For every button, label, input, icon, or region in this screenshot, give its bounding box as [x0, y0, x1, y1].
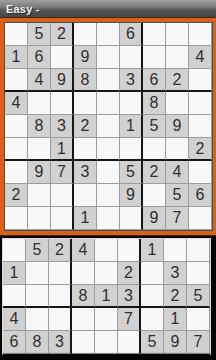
- sudoku-cell-r6c2: [28, 138, 51, 161]
- sudoku-cell-r7c1: [5, 161, 28, 184]
- cell-digit: 2: [171, 288, 180, 304]
- sudoku-cell-r5c7: 5: [143, 115, 166, 138]
- sudoku-cell-r1c9: [189, 23, 212, 46]
- cell-digit: 1: [171, 311, 180, 327]
- cell-digit: 8: [150, 95, 159, 111]
- sudoku-cell-r6c3: 1: [51, 138, 74, 161]
- cell-digit: 5: [173, 187, 182, 203]
- sudoku-cell-r3c8: 2: [164, 285, 187, 308]
- sudoku-cell-r3c1: [5, 69, 28, 92]
- sudoku-cell-r7c6: 5: [120, 161, 143, 184]
- cell-digit: 5: [194, 288, 203, 304]
- sudoku-cell-r1c1: [3, 239, 26, 262]
- sudoku-cell-r3c3: [49, 285, 72, 308]
- sudoku-cell-r5c2: 8: [28, 115, 51, 138]
- sudoku-cell-r1c3: 2: [51, 23, 74, 46]
- cell-digit: 3: [55, 334, 64, 350]
- sudoku-cell-r7c3: 7: [51, 161, 74, 184]
- cell-digit: 6: [126, 26, 135, 42]
- sudoku-cell-r6c5: [97, 138, 120, 161]
- sudoku-cell-r7c4: 3: [74, 161, 97, 184]
- sudoku-cell-r4c2: [28, 92, 51, 115]
- sudoku-cell-r2c3: [49, 262, 72, 285]
- cell-digit: 9: [173, 118, 182, 134]
- cell-digit: 3: [126, 72, 135, 88]
- cell-digit: 6: [35, 49, 44, 65]
- cell-digit: 8: [81, 72, 90, 88]
- sudoku-cell-r8c5: [97, 184, 120, 207]
- cell-digit: 9: [35, 164, 44, 180]
- sudoku-cell-r9c1: [5, 207, 28, 230]
- sudoku-cell-r2c8: [166, 46, 189, 69]
- sudoku-cell-r5c8: 9: [166, 115, 189, 138]
- cell-digit: 7: [173, 210, 182, 226]
- sudoku-cell-r4c2: [26, 308, 49, 331]
- sudoku-cell-r1c4: 4: [72, 239, 95, 262]
- sudoku-cell-r8c9: 6: [189, 184, 212, 207]
- sudoku-cell-r5c8: 9: [164, 331, 187, 354]
- sudoku-cell-r1c6: [118, 239, 141, 262]
- sudoku-cell-r9c5: [97, 207, 120, 230]
- cell-digit: 4: [196, 49, 205, 65]
- puzzle-card-selected[interactable]: 526169449836248832159129735242956197: [0, 18, 216, 235]
- sudoku-cell-r5c1: [5, 115, 28, 138]
- sudoku-cell-r6c9: 2: [189, 138, 212, 161]
- sudoku-cell-r3c5: [97, 69, 120, 92]
- sudoku-cell-r5c9: 7: [187, 331, 210, 354]
- cell-digit: 4: [79, 242, 88, 258]
- cell-digit: 6: [150, 72, 159, 88]
- sudoku-cell-r4c5: [95, 308, 118, 331]
- sudoku-cell-r4c8: 1: [164, 308, 187, 331]
- cell-digit: 3: [81, 164, 90, 180]
- sudoku-cell-r7c9: [189, 161, 212, 184]
- sudoku-cell-r2c4: 9: [74, 46, 97, 69]
- sudoku-cell-r5c6: 1: [120, 115, 143, 138]
- sudoku-cell-r5c4: [72, 331, 95, 354]
- sudoku-cell-r7c8: 4: [166, 161, 189, 184]
- cell-digit: 9: [81, 49, 90, 65]
- cell-digit: 9: [57, 72, 66, 88]
- sudoku-cell-r5c5: [95, 331, 118, 354]
- cell-digit: 5: [33, 242, 42, 258]
- sudoku-cell-r4c9: [189, 92, 212, 115]
- cell-digit: 9: [126, 187, 135, 203]
- cell-digit: 3: [124, 288, 133, 304]
- sudoku-cell-r4c9: [187, 308, 210, 331]
- cell-digit: 1: [12, 49, 21, 65]
- cell-digit: 2: [81, 118, 90, 134]
- sudoku-cell-r3c7: [141, 285, 164, 308]
- sudoku-cell-r1c5: [97, 23, 120, 46]
- cell-digit: 5: [35, 26, 44, 42]
- sudoku-cell-r5c3: 3: [51, 115, 74, 138]
- sudoku-cell-r8c6: 9: [120, 184, 143, 207]
- sudoku-grid-selected: 526169449836248832159129735242956197: [4, 22, 213, 231]
- sudoku-cell-r2c3: [51, 46, 74, 69]
- sudoku-cell-r9c4: 1: [74, 207, 97, 230]
- cell-digit: 7: [194, 334, 203, 350]
- sudoku-cell-r2c9: 4: [189, 46, 212, 69]
- sudoku-cell-r6c1: [5, 138, 28, 161]
- cell-digit: 1: [148, 242, 157, 258]
- cell-digit: 2: [12, 187, 21, 203]
- cell-digit: 6: [10, 334, 19, 350]
- sudoku-cell-r4c7: [141, 308, 164, 331]
- sudoku-cell-r1c8: [166, 23, 189, 46]
- cell-digit: 5: [150, 118, 159, 134]
- sudoku-cell-r4c6: 7: [118, 308, 141, 331]
- cell-digit: 5: [126, 164, 135, 180]
- sudoku-cell-r8c7: [143, 184, 166, 207]
- cell-digit: 1: [57, 141, 66, 157]
- cell-digit: 2: [124, 265, 133, 281]
- sudoku-cell-r5c7: 5: [141, 331, 164, 354]
- sudoku-cell-r1c5: [95, 239, 118, 262]
- sudoku-cell-r2c5: [95, 262, 118, 285]
- sudoku-cell-r3c6: 3: [118, 285, 141, 308]
- sudoku-cell-r4c5: [97, 92, 120, 115]
- cell-digit: 1: [10, 265, 19, 281]
- sudoku-cell-r2c7: [141, 262, 164, 285]
- sudoku-cell-r5c4: 2: [74, 115, 97, 138]
- cell-digit: 2: [173, 72, 182, 88]
- sudoku-cell-r1c2: 5: [28, 23, 51, 46]
- sudoku-cell-r2c7: [143, 46, 166, 69]
- sudoku-cell-r4c4: [74, 92, 97, 115]
- sudoku-cell-r1c1: [5, 23, 28, 46]
- cell-digit: 8: [79, 288, 88, 304]
- cell-digit: 4: [12, 95, 21, 111]
- cell-digit: 6: [196, 187, 205, 203]
- cell-digit: 8: [35, 118, 44, 134]
- sudoku-cell-r5c3: 3: [49, 331, 72, 354]
- sudoku-cell-r9c8: 7: [166, 207, 189, 230]
- sudoku-cell-r2c1: 1: [5, 46, 28, 69]
- sudoku-cell-r5c9: [189, 115, 212, 138]
- cell-digit: 4: [35, 72, 44, 88]
- sudoku-cell-r2c1: 1: [3, 262, 26, 285]
- sudoku-cell-r9c3: [51, 207, 74, 230]
- cell-digit: 9: [171, 334, 180, 350]
- sudoku-cell-r2c5: [97, 46, 120, 69]
- sudoku-cell-r5c1: 6: [3, 331, 26, 354]
- sudoku-cell-r8c2: [28, 184, 51, 207]
- sudoku-cell-r7c7: 2: [143, 161, 166, 184]
- sudoku-cell-r3c9: [189, 69, 212, 92]
- cell-digit: 1: [126, 118, 135, 134]
- sudoku-cell-r8c8: 5: [166, 184, 189, 207]
- sudoku-cell-r4c7: 8: [143, 92, 166, 115]
- sudoku-cell-r3c9: 5: [187, 285, 210, 308]
- cell-digit: 3: [171, 265, 180, 281]
- sudoku-cell-r1c7: [143, 23, 166, 46]
- sudoku-cell-r3c8: 2: [166, 69, 189, 92]
- cell-digit: 2: [150, 164, 159, 180]
- cell-digit: 8: [33, 334, 42, 350]
- sudoku-cell-r1c8: [164, 239, 187, 262]
- sudoku-cell-r4c6: [120, 92, 143, 115]
- cell-digit: 7: [57, 164, 66, 180]
- cell-digit: 4: [173, 164, 182, 180]
- cell-digit: 2: [55, 242, 64, 258]
- sudoku-cell-r4c3: [51, 92, 74, 115]
- sudoku-cell-r3c4: 8: [72, 285, 95, 308]
- sudoku-cell-r2c2: [26, 262, 49, 285]
- sudoku-cell-r3c1: [3, 285, 26, 308]
- sudoku-grid-next: 524112381325471683597: [3, 239, 210, 354]
- title-bar: Easy -: [0, 0, 216, 18]
- sudoku-cell-r3c3: 9: [51, 69, 74, 92]
- sudoku-cell-r9c9: [189, 207, 212, 230]
- cell-digit: 2: [57, 26, 66, 42]
- screen: Easy - 526169449836248832159129735242956…: [0, 0, 216, 360]
- sudoku-cell-r9c6: [120, 207, 143, 230]
- sudoku-cell-r5c5: [97, 115, 120, 138]
- sudoku-cell-r7c5: [97, 161, 120, 184]
- sudoku-cell-r4c3: [49, 308, 72, 331]
- sudoku-cell-r1c9: [187, 239, 210, 262]
- sudoku-cell-r3c2: [26, 285, 49, 308]
- cell-digit: 1: [102, 288, 111, 304]
- sudoku-cell-r4c8: [166, 92, 189, 115]
- sudoku-cell-r6c4: [74, 138, 97, 161]
- sudoku-cell-r2c4: [72, 262, 95, 285]
- sudoku-cell-r3c2: 4: [28, 69, 51, 92]
- sudoku-cell-r1c4: [74, 23, 97, 46]
- sudoku-cell-r3c6: 3: [120, 69, 143, 92]
- sudoku-cell-r1c7: 1: [141, 239, 164, 262]
- page-title: Easy -: [6, 3, 40, 15]
- sudoku-cell-r2c6: [120, 46, 143, 69]
- sudoku-cell-r4c4: [72, 308, 95, 331]
- sudoku-cell-r5c2: 8: [26, 331, 49, 354]
- cell-digit: 7: [124, 311, 133, 327]
- sudoku-cell-r2c9: [187, 262, 210, 285]
- sudoku-cell-r7c2: 9: [28, 161, 51, 184]
- sudoku-cell-r8c3: [51, 184, 74, 207]
- sudoku-cell-r5c6: [118, 331, 141, 354]
- sudoku-cell-r3c7: 6: [143, 69, 166, 92]
- sudoku-cell-r6c8: [166, 138, 189, 161]
- sudoku-cell-r9c7: 9: [143, 207, 166, 230]
- sudoku-cell-r4c1: 4: [3, 308, 26, 331]
- sudoku-cell-r2c6: 2: [118, 262, 141, 285]
- cell-digit: 9: [150, 210, 159, 226]
- sudoku-cell-r3c5: 1: [95, 285, 118, 308]
- cell-digit: 2: [196, 141, 205, 157]
- sudoku-cell-r6c6: [120, 138, 143, 161]
- puzzle-card-next[interactable]: 524112381325471683597: [2, 238, 211, 355]
- sudoku-cell-r2c8: 3: [164, 262, 187, 285]
- sudoku-cell-r9c2: [28, 207, 51, 230]
- sudoku-cell-r3c4: 8: [74, 69, 97, 92]
- sudoku-cell-r2c2: 6: [28, 46, 51, 69]
- sudoku-cell-r6c7: [143, 138, 166, 161]
- cell-digit: 4: [10, 311, 19, 327]
- cell-digit: 3: [57, 118, 66, 134]
- sudoku-cell-r4c1: 4: [5, 92, 28, 115]
- sudoku-cell-r1c3: 2: [49, 239, 72, 262]
- sudoku-cell-r8c4: [74, 184, 97, 207]
- sudoku-cell-r8c1: 2: [5, 184, 28, 207]
- cell-digit: 5: [148, 334, 157, 350]
- cell-digit: 1: [81, 210, 90, 226]
- sudoku-cell-r1c2: 5: [26, 239, 49, 262]
- sudoku-cell-r1c6: 6: [120, 23, 143, 46]
